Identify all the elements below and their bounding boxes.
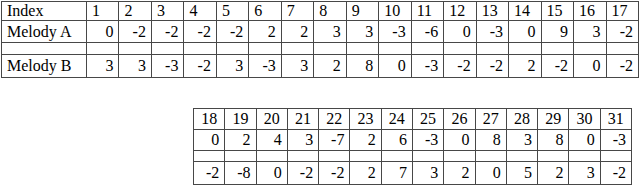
value-cell (412, 151, 443, 162)
value-cell: -2 (606, 21, 639, 43)
value-cell: 3 (314, 21, 346, 43)
value-cell: 3 (216, 55, 248, 78)
value-cell (381, 151, 412, 162)
value-cell: 3 (506, 130, 537, 151)
index-header-cell: 4 (184, 2, 216, 21)
melody-table-part1: Index1234567891011121314151617Melody A0-… (1, 1, 639, 78)
value-cell (194, 151, 225, 162)
index-header-cell: 12 (444, 2, 476, 21)
value-cell (346, 43, 378, 55)
value-cell: 2 (314, 55, 346, 78)
value-cell: 8 (346, 55, 378, 78)
value-cell: 0 (475, 162, 506, 185)
index-header-cell: 15 (541, 2, 573, 21)
value-cell: 5 (506, 162, 537, 185)
value-cell (287, 151, 318, 162)
value-cell (119, 43, 151, 55)
value-cell: 3 (287, 130, 318, 151)
value-cell: -2 (444, 55, 476, 78)
index-header-cell: 27 (475, 109, 506, 130)
value-cell: 0 (509, 21, 541, 43)
value-cell: 7 (381, 162, 412, 185)
value-cell: 2 (509, 55, 541, 78)
value-cell: -2 (287, 162, 318, 185)
value-cell (476, 43, 508, 55)
row-label-cell (2, 43, 87, 55)
index-header-row: 1819202122232425262728293031 (194, 109, 632, 130)
index-header-cell: 22 (319, 109, 350, 130)
value-cell (606, 43, 639, 55)
index-header-cell: 7 (281, 2, 313, 21)
value-cell: -3 (379, 21, 411, 43)
value-cell: 2 (350, 130, 381, 151)
value-cell: 2 (538, 162, 569, 185)
value-cell: 3 (281, 55, 313, 78)
row-label-cell: Melody A (2, 21, 87, 43)
value-cell: -2 (194, 162, 225, 185)
value-cell: -2 (184, 55, 216, 78)
index-header-cell: 10 (379, 2, 411, 21)
index-label-cell: Index (2, 2, 87, 21)
value-cell: 0 (444, 130, 475, 151)
value-cell: -2 (216, 21, 248, 43)
value-cell: 3 (569, 162, 600, 185)
value-cell (87, 43, 119, 55)
value-cell: 0 (574, 55, 606, 78)
index-header-cell: 21 (287, 109, 318, 130)
value-cell: 9 (541, 21, 573, 43)
value-cell: 2 (350, 162, 381, 185)
index-header-cell: 3 (151, 2, 183, 21)
value-cell: -3 (476, 21, 508, 43)
value-cell: -2 (184, 21, 216, 43)
value-cell: -3 (411, 55, 443, 78)
value-cell: -2 (319, 162, 350, 185)
value-cell (379, 43, 411, 55)
value-cell (509, 43, 541, 55)
value-cell: 0 (87, 21, 119, 43)
value-cell (314, 43, 346, 55)
row-label-cell: Melody B (2, 55, 87, 78)
index-header-cell: 5 (216, 2, 248, 21)
spacer-row (194, 151, 632, 162)
value-cell (600, 151, 631, 162)
value-cell: 6 (381, 130, 412, 151)
value-cell (444, 151, 475, 162)
value-cell: -7 (319, 130, 350, 151)
value-cell: 0 (379, 55, 411, 78)
value-cell (151, 43, 183, 55)
value-cell: -3 (412, 130, 443, 151)
value-cell: 0 (194, 130, 225, 151)
melody-b-row: Melody B33-3-23-33280-3-2-22-20-2 (2, 55, 639, 78)
value-cell: -3 (249, 55, 281, 78)
value-cell: -2 (600, 162, 631, 185)
value-cell: -2 (119, 21, 151, 43)
value-cell: 2 (249, 21, 281, 43)
spacer-row (2, 43, 639, 55)
index-header-cell: 23 (350, 109, 381, 130)
value-cell (475, 151, 506, 162)
value-cell (225, 151, 256, 162)
value-cell (256, 151, 287, 162)
index-header-cell: 18 (194, 109, 225, 130)
index-header-cell: 26 (444, 109, 475, 130)
melody-a-continued-row: 0243-726-308380-3 (194, 130, 632, 151)
value-cell (350, 151, 381, 162)
value-cell: 8 (475, 130, 506, 151)
value-cell: 0 (569, 130, 600, 151)
value-cell: 3 (412, 162, 443, 185)
value-cell: -2 (151, 21, 183, 43)
index-header-cell: 29 (538, 109, 569, 130)
value-cell: 2 (281, 21, 313, 43)
index-header-cell: 14 (509, 2, 541, 21)
value-cell: 2 (444, 162, 475, 185)
value-cell (411, 43, 443, 55)
index-header-cell: 28 (506, 109, 537, 130)
value-cell (574, 43, 606, 55)
melody-table-figure: Index1234567891011121314151617Melody A0-… (0, 0, 640, 195)
index-header-cell: 31 (600, 109, 631, 130)
value-cell: 3 (119, 55, 151, 78)
value-cell: 3 (346, 21, 378, 43)
index-header-cell: 8 (314, 2, 346, 21)
index-header-cell: 17 (606, 2, 639, 21)
value-cell (569, 151, 600, 162)
melody-table-part2: 18192021222324252627282930310243-726-308… (193, 108, 632, 185)
value-cell: -8 (225, 162, 256, 185)
value-cell: -2 (541, 55, 573, 78)
index-header-cell: 1 (87, 2, 119, 21)
value-cell: 2 (225, 130, 256, 151)
melody-b-continued-row: -2-80-2-227320523-2 (194, 162, 632, 185)
index-header-cell: 19 (225, 109, 256, 130)
value-cell: -2 (476, 55, 508, 78)
value-cell (541, 43, 573, 55)
value-cell (444, 43, 476, 55)
value-cell: -6 (411, 21, 443, 43)
index-header-cell: 25 (412, 109, 443, 130)
index-header-cell: 11 (411, 2, 443, 21)
value-cell (216, 43, 248, 55)
value-cell (506, 151, 537, 162)
index-header-cell: 20 (256, 109, 287, 130)
value-cell (281, 43, 313, 55)
value-cell: 8 (538, 130, 569, 151)
index-header-cell: 6 (249, 2, 281, 21)
value-cell: -3 (151, 55, 183, 78)
melody-a-row: Melody A0-2-2-2-22233-3-60-3093-2 (2, 21, 639, 43)
index-header-cell: 24 (381, 109, 412, 130)
index-header-cell: 2 (119, 2, 151, 21)
value-cell: 0 (256, 162, 287, 185)
value-cell (249, 43, 281, 55)
value-cell: 0 (444, 21, 476, 43)
value-cell: -3 (600, 130, 631, 151)
value-cell: 4 (256, 130, 287, 151)
index-header-cell: 30 (569, 109, 600, 130)
value-cell: -2 (606, 55, 639, 78)
index-header-cell: 13 (476, 2, 508, 21)
index-header-cell: 9 (346, 2, 378, 21)
index-header-cell: 16 (574, 2, 606, 21)
value-cell: 3 (87, 55, 119, 78)
index-header-row: Index1234567891011121314151617 (2, 2, 639, 21)
value-cell (538, 151, 569, 162)
value-cell: 3 (574, 21, 606, 43)
value-cell (184, 43, 216, 55)
value-cell (319, 151, 350, 162)
